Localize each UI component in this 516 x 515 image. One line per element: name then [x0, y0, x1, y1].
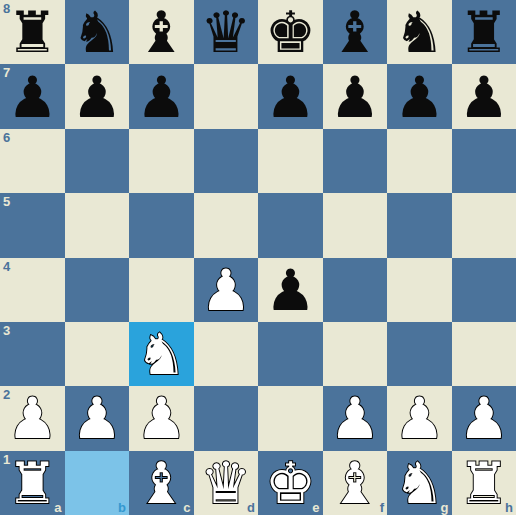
square-f1[interactable]: f♝ — [323, 451, 388, 515]
square-a5[interactable]: 5 — [0, 193, 65, 257]
square-b8[interactable]: ♞ — [65, 0, 130, 64]
square-e2[interactable] — [258, 386, 323, 450]
white-rook[interactable]: ♜ — [458, 451, 509, 515]
white-rook[interactable]: ♜ — [7, 451, 58, 515]
square-e7[interactable]: ♟ — [258, 64, 323, 128]
square-d2[interactable] — [194, 386, 259, 450]
square-d7[interactable] — [194, 64, 259, 128]
white-pawn[interactable]: ♟ — [329, 386, 380, 450]
square-e5[interactable] — [258, 193, 323, 257]
square-a3[interactable]: 3 — [0, 322, 65, 386]
square-a7[interactable]: 7♟ — [0, 64, 65, 128]
square-g4[interactable] — [387, 258, 452, 322]
square-d4[interactable]: ♟ — [194, 258, 259, 322]
chess-board: 8♜♞♝♛♚♝♞♜7♟♟♟♟♟♟♟654♟♟3♞2♟♟♟♟♟♟1a♜bc♝d♛e… — [0, 0, 516, 515]
square-f6[interactable] — [323, 129, 388, 193]
square-h4[interactable] — [452, 258, 516, 322]
white-king[interactable]: ♚ — [265, 451, 316, 515]
square-c3[interactable]: ♞ — [129, 322, 194, 386]
rank-label-5: 5 — [3, 195, 10, 208]
square-b6[interactable] — [65, 129, 130, 193]
file-label-f: f — [380, 501, 384, 514]
white-pawn[interactable]: ♟ — [394, 386, 445, 450]
square-a6[interactable]: 6 — [0, 129, 65, 193]
white-knight[interactable]: ♞ — [394, 451, 445, 515]
square-d3[interactable] — [194, 322, 259, 386]
square-b1[interactable]: b — [65, 451, 130, 515]
square-h2[interactable]: ♟ — [452, 386, 516, 450]
square-h8[interactable]: ♜ — [452, 0, 516, 64]
square-b2[interactable]: ♟ — [65, 386, 130, 450]
square-d5[interactable] — [194, 193, 259, 257]
black-pawn[interactable]: ♟ — [458, 65, 509, 129]
black-pawn[interactable]: ♟ — [265, 258, 316, 322]
rank-label-3: 3 — [3, 324, 10, 337]
square-g3[interactable] — [387, 322, 452, 386]
square-b3[interactable] — [65, 322, 130, 386]
square-g7[interactable]: ♟ — [387, 64, 452, 128]
file-label-b: b — [118, 501, 126, 514]
square-c1[interactable]: c♝ — [129, 451, 194, 515]
square-b5[interactable] — [65, 193, 130, 257]
square-h1[interactable]: h♜ — [452, 451, 516, 515]
square-c2[interactable]: ♟ — [129, 386, 194, 450]
square-e6[interactable] — [258, 129, 323, 193]
square-d6[interactable] — [194, 129, 259, 193]
square-g1[interactable]: g♞ — [387, 451, 452, 515]
white-queen[interactable]: ♛ — [200, 451, 251, 515]
square-c4[interactable] — [129, 258, 194, 322]
square-f2[interactable]: ♟ — [323, 386, 388, 450]
square-g6[interactable] — [387, 129, 452, 193]
square-c7[interactable]: ♟ — [129, 64, 194, 128]
square-f3[interactable] — [323, 322, 388, 386]
white-bishop[interactable]: ♝ — [136, 451, 187, 515]
black-knight[interactable]: ♞ — [71, 0, 122, 64]
square-b7[interactable]: ♟ — [65, 64, 130, 128]
black-pawn[interactable]: ♟ — [7, 65, 58, 129]
square-b4[interactable] — [65, 258, 130, 322]
white-pawn[interactable]: ♟ — [71, 386, 122, 450]
white-bishop[interactable]: ♝ — [329, 451, 380, 515]
rank-label-6: 6 — [3, 131, 10, 144]
black-pawn[interactable]: ♟ — [329, 65, 380, 129]
square-e8[interactable]: ♚ — [258, 0, 323, 64]
square-f5[interactable] — [323, 193, 388, 257]
black-knight[interactable]: ♞ — [394, 0, 445, 64]
white-pawn[interactable]: ♟ — [7, 386, 58, 450]
square-e1[interactable]: e♚ — [258, 451, 323, 515]
square-h3[interactable] — [452, 322, 516, 386]
square-c6[interactable] — [129, 129, 194, 193]
black-rook[interactable]: ♜ — [458, 0, 509, 64]
square-g8[interactable]: ♞ — [387, 0, 452, 64]
white-knight[interactable]: ♞ — [136, 322, 187, 386]
square-d8[interactable]: ♛ — [194, 0, 259, 64]
square-g2[interactable]: ♟ — [387, 386, 452, 450]
square-d1[interactable]: d♛ — [194, 451, 259, 515]
square-f8[interactable]: ♝ — [323, 0, 388, 64]
white-pawn[interactable]: ♟ — [458, 386, 509, 450]
square-h5[interactable] — [452, 193, 516, 257]
square-g5[interactable] — [387, 193, 452, 257]
square-f7[interactable]: ♟ — [323, 64, 388, 128]
square-a1[interactable]: 1a♜ — [0, 451, 65, 515]
black-queen[interactable]: ♛ — [200, 0, 251, 64]
square-h6[interactable] — [452, 129, 516, 193]
black-rook[interactable]: ♜ — [7, 0, 58, 64]
square-h7[interactable]: ♟ — [452, 64, 516, 128]
black-bishop[interactable]: ♝ — [136, 0, 187, 64]
black-bishop[interactable]: ♝ — [329, 0, 380, 64]
white-pawn[interactable]: ♟ — [136, 386, 187, 450]
rank-label-4: 4 — [3, 260, 10, 273]
black-pawn[interactable]: ♟ — [136, 65, 187, 129]
square-a8[interactable]: 8♜ — [0, 0, 65, 64]
black-pawn[interactable]: ♟ — [394, 65, 445, 129]
square-f4[interactable] — [323, 258, 388, 322]
black-king[interactable]: ♚ — [265, 0, 316, 64]
square-e3[interactable] — [258, 322, 323, 386]
black-pawn[interactable]: ♟ — [71, 65, 122, 129]
square-c5[interactable] — [129, 193, 194, 257]
black-pawn[interactable]: ♟ — [265, 65, 316, 129]
square-a2[interactable]: 2♟ — [0, 386, 65, 450]
square-a4[interactable]: 4 — [0, 258, 65, 322]
square-c8[interactable]: ♝ — [129, 0, 194, 64]
square-e4[interactable]: ♟ — [258, 258, 323, 322]
white-pawn[interactable]: ♟ — [200, 258, 251, 322]
